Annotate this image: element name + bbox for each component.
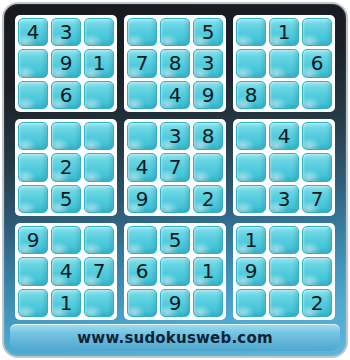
box-8: 5619: [124, 223, 226, 320]
cell-r2c1[interactable]: [18, 49, 48, 77]
cell-r4c4[interactable]: [127, 122, 157, 150]
cell-r9c4[interactable]: [127, 289, 157, 317]
cell-r5c9[interactable]: [302, 153, 332, 181]
box-2: 578349: [124, 15, 226, 112]
cell-r8c8[interactable]: [269, 257, 299, 285]
cell-r3c1[interactable]: [18, 81, 48, 109]
cell-r1c9[interactable]: [302, 18, 332, 46]
cell-r2c8[interactable]: [269, 49, 299, 77]
cell-r7c9[interactable]: [302, 226, 332, 254]
cell-r3c7: 8: [236, 81, 266, 109]
cell-r9c9: 2: [302, 289, 332, 317]
cell-r5c2: 2: [51, 153, 81, 181]
cell-r4c6: 8: [193, 122, 223, 150]
cell-r1c6: 5: [193, 18, 223, 46]
box-7: 9471: [15, 223, 117, 320]
cell-r4c9[interactable]: [302, 122, 332, 150]
cell-r8c3: 7: [84, 257, 114, 285]
cell-r5c5: 7: [160, 153, 190, 181]
cell-r7c2[interactable]: [51, 226, 81, 254]
sudoku-board: 439165783491682538479243794715619192 www…: [2, 2, 348, 358]
cell-r1c3[interactable]: [84, 18, 114, 46]
cell-r8c4: 6: [127, 257, 157, 285]
cell-r8c5[interactable]: [160, 257, 190, 285]
cell-r4c7[interactable]: [236, 122, 266, 150]
cell-r8c6: 1: [193, 257, 223, 285]
cell-r3c2: 6: [51, 81, 81, 109]
cell-r2c2: 9: [51, 49, 81, 77]
cell-r8c9[interactable]: [302, 257, 332, 285]
page: 439165783491682538479243794715619192 www…: [0, 0, 350, 360]
cell-r2c4: 7: [127, 49, 157, 77]
cell-r5c6[interactable]: [193, 153, 223, 181]
cell-r4c2[interactable]: [51, 122, 81, 150]
cell-r6c4: 9: [127, 185, 157, 213]
footer-strip: www.sudokusweb.com: [10, 324, 340, 351]
cell-r6c7[interactable]: [236, 185, 266, 213]
cell-r4c3[interactable]: [84, 122, 114, 150]
cell-r3c5: 4: [160, 81, 190, 109]
cell-r7c3[interactable]: [84, 226, 114, 254]
cell-r4c5: 3: [160, 122, 190, 150]
website-url[interactable]: www.sudokusweb.com: [77, 329, 272, 347]
cell-r3c9[interactable]: [302, 81, 332, 109]
cell-r7c7: 1: [236, 226, 266, 254]
cell-r6c8: 3: [269, 185, 299, 213]
cell-r8c2: 4: [51, 257, 81, 285]
cell-r5c8[interactable]: [269, 153, 299, 181]
cell-r2c7[interactable]: [236, 49, 266, 77]
box-3: 168: [233, 15, 335, 112]
cell-r2c3: 1: [84, 49, 114, 77]
cell-r1c8: 1: [269, 18, 299, 46]
cell-r7c4[interactable]: [127, 226, 157, 254]
cell-r9c5: 9: [160, 289, 190, 317]
cell-r4c1[interactable]: [18, 122, 48, 150]
cell-r4c8: 4: [269, 122, 299, 150]
cell-r1c5[interactable]: [160, 18, 190, 46]
box-4: 25: [15, 119, 117, 216]
cell-r9c8[interactable]: [269, 289, 299, 317]
cell-r9c6[interactable]: [193, 289, 223, 317]
cell-r1c7[interactable]: [236, 18, 266, 46]
cell-r5c4: 4: [127, 153, 157, 181]
cell-r2c9: 6: [302, 49, 332, 77]
cell-r1c1: 4: [18, 18, 48, 46]
cell-r2c6: 3: [193, 49, 223, 77]
cell-r6c3[interactable]: [84, 185, 114, 213]
cell-r3c3[interactable]: [84, 81, 114, 109]
cell-r7c1: 9: [18, 226, 48, 254]
cell-r1c4[interactable]: [127, 18, 157, 46]
box-1: 43916: [15, 15, 117, 112]
box-6: 437: [233, 119, 335, 216]
cell-r5c3[interactable]: [84, 153, 114, 181]
cell-r6c2: 5: [51, 185, 81, 213]
cell-r6c9: 7: [302, 185, 332, 213]
cell-r3c8[interactable]: [269, 81, 299, 109]
cell-r9c7[interactable]: [236, 289, 266, 317]
cell-r8c7: 9: [236, 257, 266, 285]
box-9: 192: [233, 223, 335, 320]
cell-r6c6: 2: [193, 185, 223, 213]
cell-r6c1[interactable]: [18, 185, 48, 213]
cell-r6c5[interactable]: [160, 185, 190, 213]
cell-r2c5: 8: [160, 49, 190, 77]
cell-r3c4[interactable]: [127, 81, 157, 109]
cell-r9c3[interactable]: [84, 289, 114, 317]
cell-r8c1[interactable]: [18, 257, 48, 285]
cell-r7c5: 5: [160, 226, 190, 254]
cell-r5c7[interactable]: [236, 153, 266, 181]
cell-r9c2: 1: [51, 289, 81, 317]
box-5: 384792: [124, 119, 226, 216]
cell-r9c1[interactable]: [18, 289, 48, 317]
cell-r3c6: 9: [193, 81, 223, 109]
cell-r1c2: 3: [51, 18, 81, 46]
cell-r7c8[interactable]: [269, 226, 299, 254]
sudoku-grid: 439165783491682538479243794715619192: [15, 15, 335, 320]
cell-r5c1[interactable]: [18, 153, 48, 181]
cell-r7c6[interactable]: [193, 226, 223, 254]
